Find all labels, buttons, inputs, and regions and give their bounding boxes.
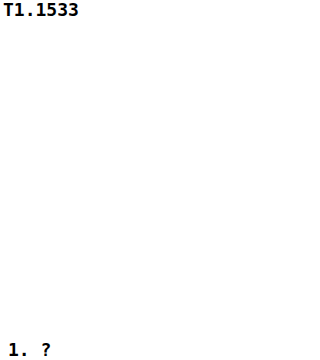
puzzle-id: T1.1533 xyxy=(3,0,79,20)
chess-board xyxy=(0,20,320,340)
move-prompt: 1. ? xyxy=(8,340,51,360)
